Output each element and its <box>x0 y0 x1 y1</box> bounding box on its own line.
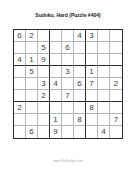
sudoku-cell-r9c4: 9 <box>50 126 62 138</box>
sudoku-cell-r6c8 <box>98 90 110 102</box>
sudoku-cell-r2c4 <box>50 42 62 54</box>
sudoku-cell-r8c2 <box>26 114 38 126</box>
sudoku-cell-r8c1 <box>14 114 26 126</box>
sudoku-cell-r6c6 <box>74 90 86 102</box>
sudoku-cell-r9c9 <box>110 126 122 138</box>
sudoku-cell-r3c9 <box>110 54 122 66</box>
sudoku-cell-r9c2: 6 <box>26 126 38 138</box>
sudoku-cell-r6c5: 7 <box>62 90 74 102</box>
given-digit: 1 <box>29 56 33 64</box>
given-digit: 5 <box>41 44 45 52</box>
sudoku-cell-r3c4 <box>50 54 62 66</box>
given-digit: 2 <box>114 80 118 88</box>
page-title: Sudoku, Hard (Puzzle #404) <box>0 12 136 18</box>
sudoku-cell-r1c5 <box>62 30 74 42</box>
sudoku-cell-r7c9 <box>110 102 122 114</box>
sudoku-cell-r7c6 <box>74 102 86 114</box>
given-digit: 2 <box>41 92 45 100</box>
given-digit: 9 <box>41 56 45 64</box>
given-digit: 4 <box>17 56 21 64</box>
sudoku-cell-r8c4: 1 <box>50 114 62 126</box>
sudoku-cell-r1c1: 6 <box>14 30 26 42</box>
sudoku-cell-r2c8 <box>98 42 110 54</box>
sudoku-cell-r2c3: 5 <box>38 42 50 54</box>
sudoku-cell-r9c8: 4 <box>98 126 110 138</box>
sudoku-cell-r6c3: 2 <box>38 90 50 102</box>
sudoku-cell-r6c7 <box>86 90 98 102</box>
sudoku-cell-r7c3 <box>38 102 50 114</box>
sudoku-board: 624356419531346722728187694 <box>13 29 123 139</box>
sudoku-cell-r4c1 <box>14 66 26 78</box>
sudoku-cell-r7c8 <box>98 102 110 114</box>
given-digit: 3 <box>41 80 45 88</box>
sudoku-cell-r5c7: 7 <box>86 78 98 90</box>
sudoku-cell-r5c6: 6 <box>74 78 86 90</box>
sudoku-cell-r6c9 <box>110 90 122 102</box>
sudoku-cell-r3c6 <box>74 54 86 66</box>
sudoku-cell-r9c5 <box>62 126 74 138</box>
sudoku-cell-r5c3: 3 <box>38 78 50 90</box>
given-digit: 4 <box>53 80 57 88</box>
sudoku-cell-r2c7 <box>86 42 98 54</box>
sudoku-cell-r3c2: 1 <box>26 54 38 66</box>
sudoku-cell-r5c9: 2 <box>110 78 122 90</box>
given-digit: 2 <box>29 32 33 40</box>
sudoku-cell-r9c7 <box>86 126 98 138</box>
sudoku-cell-r7c1: 2 <box>14 102 26 114</box>
sudoku-cell-r5c2 <box>26 78 38 90</box>
sudoku-cell-r2c9 <box>110 42 122 54</box>
sudoku-cell-r8c8 <box>98 114 110 126</box>
sudoku-cell-r4c9 <box>110 66 122 78</box>
sudoku-cell-r3c1: 4 <box>14 54 26 66</box>
sudoku-cell-r3c3: 9 <box>38 54 50 66</box>
sudoku-cell-r7c4 <box>50 102 62 114</box>
sudoku-cell-r1c4 <box>50 30 62 42</box>
given-digit: 5 <box>29 68 33 76</box>
sudoku-cell-r8c9: 7 <box>110 114 122 126</box>
sudoku-cell-r2c1 <box>14 42 26 54</box>
given-digit: 7 <box>114 116 118 124</box>
sudoku-cell-r4c8 <box>98 66 110 78</box>
given-digit: 3 <box>65 68 69 76</box>
sudoku-cell-r7c2 <box>26 102 38 114</box>
sudoku-cell-r7c7: 8 <box>86 102 98 114</box>
sudoku-cell-r2c5: 6 <box>62 42 74 54</box>
footer-url: www.PrintSudoku.com <box>0 159 136 163</box>
sudoku-cell-r4c3 <box>38 66 50 78</box>
sudoku-cell-r1c7: 3 <box>86 30 98 42</box>
sudoku-cell-r7c5 <box>62 102 74 114</box>
sudoku-cell-r3c5 <box>62 54 74 66</box>
sudoku-cell-r9c3 <box>38 126 50 138</box>
given-digit: 7 <box>65 92 69 100</box>
given-digit: 6 <box>17 32 21 40</box>
sudoku-cell-r5c4: 4 <box>50 78 62 90</box>
sudoku-cell-r1c6: 4 <box>74 30 86 42</box>
given-digit: 1 <box>53 116 57 124</box>
sudoku-cell-r2c2 <box>26 42 38 54</box>
given-digit: 3 <box>89 32 93 40</box>
given-digit: 2 <box>17 104 21 112</box>
sudoku-cell-r8c3 <box>38 114 50 126</box>
sudoku-cell-r1c9 <box>110 30 122 42</box>
sudoku-cell-r4c4 <box>50 66 62 78</box>
sudoku-cell-r3c7 <box>86 54 98 66</box>
sudoku-cell-r4c6 <box>74 66 86 78</box>
sudoku-cell-r8c7 <box>86 114 98 126</box>
given-digit: 7 <box>89 80 93 88</box>
sudoku-cell-r5c5 <box>62 78 74 90</box>
sudoku-cell-r2c6 <box>74 42 86 54</box>
given-digit: 9 <box>53 128 57 136</box>
given-digit: 6 <box>65 44 69 52</box>
given-digit: 4 <box>101 128 105 136</box>
given-digit: 6 <box>77 80 81 88</box>
given-digit: 8 <box>89 104 93 112</box>
sudoku-cell-r3c8 <box>98 54 110 66</box>
sudoku-cell-r4c2: 5 <box>26 66 38 78</box>
sudoku-cell-r6c1 <box>14 90 26 102</box>
given-digit: 6 <box>29 128 33 136</box>
sudoku-cell-r5c1 <box>14 78 26 90</box>
given-digit: 8 <box>77 116 81 124</box>
given-digit: 4 <box>77 32 81 40</box>
sudoku-cell-r8c6: 8 <box>74 114 86 126</box>
sudoku-cell-r9c6 <box>74 126 86 138</box>
sudoku-cell-r1c3 <box>38 30 50 42</box>
given-digit: 1 <box>89 68 93 76</box>
sudoku-cell-r6c2 <box>26 90 38 102</box>
sudoku-cell-r6c4 <box>50 90 62 102</box>
sudoku-cell-r4c7: 1 <box>86 66 98 78</box>
sudoku-cell-r8c5 <box>62 114 74 126</box>
sudoku-cell-r1c8 <box>98 30 110 42</box>
sudoku-cell-r9c1 <box>14 126 26 138</box>
sudoku-cell-r1c2: 2 <box>26 30 38 42</box>
sudoku-cell-r5c8 <box>98 78 110 90</box>
sudoku-cell-r4c5: 3 <box>62 66 74 78</box>
